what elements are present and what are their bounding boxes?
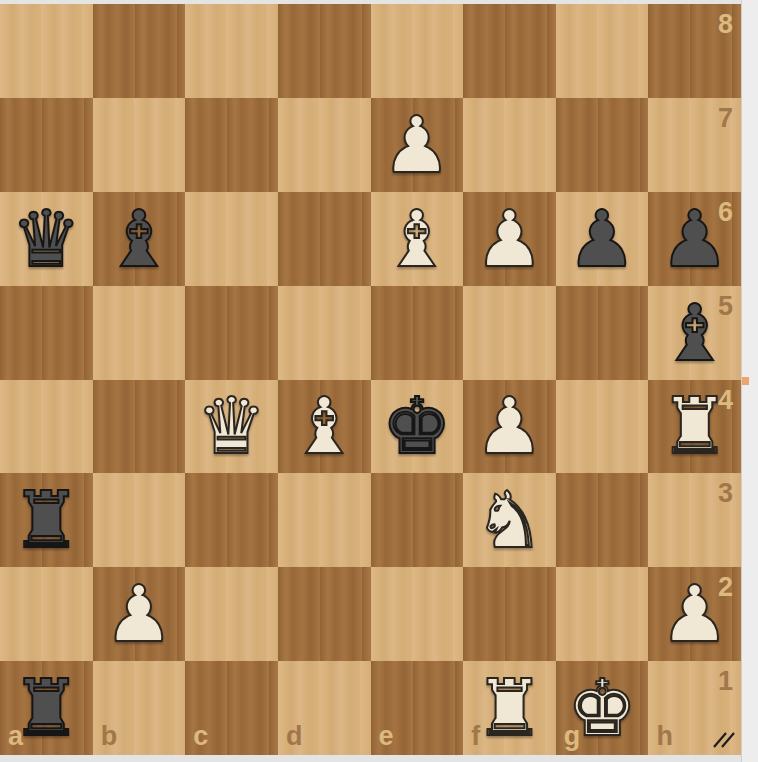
square-c6[interactable]	[185, 192, 278, 286]
square-f1[interactable]: ♜f	[463, 661, 556, 755]
white-pawn[interactable]: ♟	[371, 98, 464, 192]
rank-label-8: 8	[718, 9, 733, 40]
square-c3[interactable]	[185, 473, 278, 567]
square-g3[interactable]	[556, 473, 649, 567]
square-g4[interactable]	[556, 380, 649, 474]
white-rook[interactable]: ♜	[648, 380, 741, 474]
file-label-e: e	[379, 721, 394, 752]
black-queen[interactable]: ♛	[0, 192, 93, 286]
square-b7[interactable]	[93, 98, 186, 192]
square-h6[interactable]: ♟6	[648, 192, 741, 286]
square-b4[interactable]	[93, 380, 186, 474]
square-a5[interactable]	[0, 286, 93, 380]
square-b8[interactable]	[93, 4, 186, 98]
square-a7[interactable]	[0, 98, 93, 192]
black-bishop[interactable]: ♝	[93, 192, 186, 286]
square-d1[interactable]: d	[278, 661, 371, 755]
square-b6[interactable]: ♝	[93, 192, 186, 286]
square-b5[interactable]	[93, 286, 186, 380]
black-pawn[interactable]: ♟	[648, 192, 741, 286]
square-h4[interactable]: ♜4	[648, 380, 741, 474]
square-f6[interactable]: ♟	[463, 192, 556, 286]
square-a2[interactable]	[0, 567, 93, 661]
scrollbar[interactable]	[741, 0, 758, 762]
square-g2[interactable]	[556, 567, 649, 661]
chess-board: 8♟7♛♝♝♟♟♟6♝5♛♝♚♟♜4♜♞3♟♟2♜abcde♜f♚g1h	[0, 4, 741, 755]
square-e5[interactable]	[371, 286, 464, 380]
square-d2[interactable]	[278, 567, 371, 661]
square-d7[interactable]	[278, 98, 371, 192]
resize-grip-icon[interactable]	[712, 730, 736, 749]
square-h5[interactable]: ♝5	[648, 286, 741, 380]
square-d6[interactable]	[278, 192, 371, 286]
square-e6[interactable]: ♝	[371, 192, 464, 286]
white-queen[interactable]: ♛	[185, 380, 278, 474]
square-c2[interactable]	[185, 567, 278, 661]
square-h7[interactable]: 7	[648, 98, 741, 192]
rank-label-7: 7	[718, 103, 733, 134]
file-label-b: b	[101, 721, 118, 752]
square-c7[interactable]	[185, 98, 278, 192]
square-f5[interactable]	[463, 286, 556, 380]
white-king[interactable]: ♚	[556, 661, 649, 755]
white-knight[interactable]: ♞	[463, 473, 556, 567]
square-g8[interactable]	[556, 4, 649, 98]
black-rook[interactable]: ♜	[0, 473, 93, 567]
square-g7[interactable]	[556, 98, 649, 192]
square-d4[interactable]: ♝	[278, 380, 371, 474]
square-b2[interactable]: ♟	[93, 567, 186, 661]
square-c1[interactable]: c	[185, 661, 278, 755]
white-pawn[interactable]: ♟	[463, 192, 556, 286]
rank-label-1: 1	[718, 666, 733, 697]
square-e8[interactable]	[371, 4, 464, 98]
white-bishop[interactable]: ♝	[278, 380, 371, 474]
white-rook[interactable]: ♜	[463, 661, 556, 755]
square-e1[interactable]: e	[371, 661, 464, 755]
file-label-d: d	[286, 721, 303, 752]
square-e2[interactable]	[371, 567, 464, 661]
scrollbar-marker[interactable]	[742, 377, 749, 385]
black-bishop[interactable]: ♝	[648, 286, 741, 380]
square-a1[interactable]: ♜a	[0, 661, 93, 755]
white-pawn[interactable]: ♟	[463, 380, 556, 474]
white-pawn[interactable]: ♟	[648, 567, 741, 661]
square-e7[interactable]: ♟	[371, 98, 464, 192]
square-c4[interactable]: ♛	[185, 380, 278, 474]
square-f8[interactable]	[463, 4, 556, 98]
square-h8[interactable]: 8	[648, 4, 741, 98]
file-label-c: c	[193, 721, 208, 752]
square-h2[interactable]: ♟2	[648, 567, 741, 661]
square-f3[interactable]: ♞	[463, 473, 556, 567]
square-c8[interactable]	[185, 4, 278, 98]
square-f4[interactable]: ♟	[463, 380, 556, 474]
white-pawn[interactable]: ♟	[93, 567, 186, 661]
square-c5[interactable]	[185, 286, 278, 380]
square-d3[interactable]	[278, 473, 371, 567]
rank-label-3: 3	[718, 478, 733, 509]
square-b3[interactable]	[93, 473, 186, 567]
square-b1[interactable]: b	[93, 661, 186, 755]
square-a8[interactable]	[0, 4, 93, 98]
square-e4[interactable]: ♚	[371, 380, 464, 474]
white-bishop[interactable]: ♝	[371, 192, 464, 286]
square-a3[interactable]: ♜	[0, 473, 93, 567]
file-label-h: h	[656, 721, 673, 752]
square-d5[interactable]	[278, 286, 371, 380]
black-pawn[interactable]: ♟	[556, 192, 649, 286]
square-a6[interactable]: ♛	[0, 192, 93, 286]
square-g1[interactable]: ♚g	[556, 661, 649, 755]
black-king[interactable]: ♚	[371, 380, 464, 474]
square-d8[interactable]	[278, 4, 371, 98]
square-g5[interactable]	[556, 286, 649, 380]
square-f7[interactable]	[463, 98, 556, 192]
square-h3[interactable]: 3	[648, 473, 741, 567]
square-f2[interactable]	[463, 567, 556, 661]
square-g6[interactable]: ♟	[556, 192, 649, 286]
black-rook[interactable]: ♜	[0, 661, 93, 755]
square-a4[interactable]	[0, 380, 93, 474]
square-h1[interactable]: 1h	[648, 661, 741, 755]
square-e3[interactable]	[371, 473, 464, 567]
